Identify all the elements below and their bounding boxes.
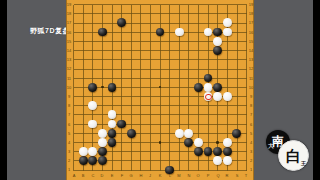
coord-label-row: 14 xyxy=(248,48,253,52)
coord-label-column: B xyxy=(81,173,86,177)
logo-black-subchar: 大 xyxy=(268,142,274,151)
black-stone-P11[interactable] xyxy=(204,74,213,83)
channel-logo: 南 大 白 王 xyxy=(266,130,314,174)
grid-line-vertical xyxy=(131,5,132,171)
coord-label-row: 3 xyxy=(248,150,253,154)
coord-label-row: 16 xyxy=(248,30,253,34)
coord-label-column: O xyxy=(196,173,201,177)
white-stone-C6[interactable] xyxy=(88,120,97,129)
grid-line-horizontal xyxy=(74,114,248,115)
last-move-marker xyxy=(205,94,211,100)
coord-label-row: 8 xyxy=(248,104,253,108)
black-stone-L1[interactable] xyxy=(165,166,174,175)
coord-label-column: G xyxy=(129,173,134,177)
black-stone-P3[interactable] xyxy=(204,147,213,156)
coord-label-row: 18 xyxy=(67,12,72,16)
black-stone-D16[interactable] xyxy=(98,28,107,37)
go-board[interactable]: 1919181817171616151514141313121211111010… xyxy=(66,0,254,180)
black-stone-C10[interactable] xyxy=(88,83,97,92)
white-stone-P10[interactable] xyxy=(204,83,213,92)
black-stone-B2[interactable] xyxy=(79,156,88,165)
coord-label-row: 13 xyxy=(248,58,253,62)
coord-label-row: 5 xyxy=(248,131,253,135)
white-stone-Q15[interactable] xyxy=(213,37,222,46)
coord-label-column: N xyxy=(186,173,191,177)
coord-label-row: 17 xyxy=(67,21,72,25)
coord-label-row: 5 xyxy=(67,131,72,135)
coord-label-column: A xyxy=(71,173,76,177)
white-stone-D4[interactable] xyxy=(98,138,107,147)
star-point xyxy=(216,141,218,143)
right-letterbox-bar xyxy=(313,0,320,180)
grid-line-vertical xyxy=(237,5,238,171)
white-stone-R4[interactable] xyxy=(223,138,232,147)
coord-label-row: 1 xyxy=(67,168,72,172)
logo-white-char: 白 xyxy=(286,147,301,166)
black-stone-F6[interactable] xyxy=(117,120,126,129)
white-stone-E6[interactable] xyxy=(108,120,117,129)
coord-label-row: 14 xyxy=(67,48,72,52)
grid-line-horizontal xyxy=(74,69,248,70)
white-stone-D5[interactable] xyxy=(98,129,107,138)
star-point xyxy=(159,141,161,143)
coord-label-row: 13 xyxy=(67,58,72,62)
white-stone-R2[interactable] xyxy=(223,156,232,165)
coord-label-column: Q xyxy=(215,173,220,177)
black-stone-Q3[interactable] xyxy=(213,147,222,156)
black-stone-G5[interactable] xyxy=(127,129,136,138)
white-stone-B3[interactable] xyxy=(79,147,88,156)
coord-label-row: 7 xyxy=(67,113,72,117)
black-stone-Q14[interactable] xyxy=(213,46,222,55)
grid-line-horizontal xyxy=(74,4,248,5)
coord-label-row: 19 xyxy=(67,3,72,7)
white-stone-N5[interactable] xyxy=(184,129,193,138)
logo-white-stone: 白 王 xyxy=(278,140,309,171)
black-stone-E5[interactable] xyxy=(108,129,117,138)
white-stone-R16[interactable] xyxy=(223,28,232,37)
white-stone-P16[interactable] xyxy=(204,28,213,37)
white-stone-P9[interactable] xyxy=(204,92,213,101)
grid-line-vertical xyxy=(169,5,170,171)
grid-line-horizontal xyxy=(74,124,248,125)
coord-label-column: T xyxy=(244,173,249,177)
black-stone-O10[interactable] xyxy=(194,83,203,92)
grid-line-horizontal xyxy=(74,78,248,79)
white-stone-Q2[interactable] xyxy=(213,156,222,165)
black-stone-D3[interactable] xyxy=(98,147,107,156)
grid-line-horizontal xyxy=(74,23,248,24)
screen: 野狐7D复盘 191918181717161615151414131312121… xyxy=(0,0,320,180)
coord-label-row: 12 xyxy=(67,67,72,71)
coord-label-row: 3 xyxy=(67,150,72,154)
coord-label-row: 16 xyxy=(67,30,72,34)
white-stone-O4[interactable] xyxy=(194,138,203,147)
grid-line-vertical xyxy=(140,5,141,171)
white-stone-R17[interactable] xyxy=(223,18,232,27)
white-stone-C8[interactable] xyxy=(88,101,97,110)
coord-label-row: 11 xyxy=(248,76,253,80)
black-stone-N4[interactable] xyxy=(184,138,193,147)
white-stone-R9[interactable] xyxy=(223,92,232,101)
coord-label-column: E xyxy=(110,173,115,177)
coord-label-column: K xyxy=(158,173,163,177)
grid-line-vertical xyxy=(150,5,151,171)
coord-label-row: 6 xyxy=(67,122,72,126)
coord-label-row: 11 xyxy=(67,76,72,80)
white-stone-C3[interactable] xyxy=(88,147,97,156)
black-stone-E4[interactable] xyxy=(108,138,117,147)
black-stone-S5[interactable] xyxy=(232,129,241,138)
coord-label-row: 18 xyxy=(248,12,253,16)
grid-line-vertical xyxy=(121,5,122,171)
coord-label-column: J xyxy=(148,173,153,177)
black-stone-Q10[interactable] xyxy=(213,83,222,92)
coord-label-column: C xyxy=(90,173,95,177)
coord-label-row: 17 xyxy=(248,21,253,25)
coord-label-row: 6 xyxy=(248,122,253,126)
grid-line-vertical xyxy=(73,5,74,171)
black-stone-R3[interactable] xyxy=(223,147,232,156)
black-stone-Q16[interactable] xyxy=(213,28,222,37)
white-stone-M16[interactable] xyxy=(175,28,184,37)
grid-line-horizontal xyxy=(74,13,248,14)
black-stone-C2[interactable] xyxy=(88,156,97,165)
coord-label-column: F xyxy=(119,173,124,177)
coord-label-row: 2 xyxy=(67,159,72,163)
left-letterbox-bar xyxy=(0,0,7,180)
coord-label-column: S xyxy=(234,173,239,177)
coord-label-row: 12 xyxy=(248,67,253,71)
grid-line-vertical xyxy=(246,5,247,171)
coord-label-column: H xyxy=(138,173,143,177)
coord-label-row: 15 xyxy=(67,39,72,43)
coord-label-row: 1 xyxy=(248,168,253,172)
black-stone-F17[interactable] xyxy=(117,18,126,27)
coord-label-row: 8 xyxy=(67,104,72,108)
coord-label-row: 4 xyxy=(248,140,253,144)
coord-label-row: 9 xyxy=(248,94,253,98)
black-stone-K16[interactable] xyxy=(156,28,165,37)
black-stone-D2[interactable] xyxy=(98,156,107,165)
white-stone-Q9[interactable] xyxy=(213,92,222,101)
coord-label-column: M xyxy=(177,173,182,177)
grid-line-horizontal xyxy=(74,59,248,60)
white-stone-M5[interactable] xyxy=(175,129,184,138)
grid-line-vertical xyxy=(83,5,84,171)
coord-label-row: 7 xyxy=(248,113,253,117)
black-stone-E10[interactable] xyxy=(108,83,117,92)
grid-line-horizontal xyxy=(74,170,248,171)
coord-label-row: 4 xyxy=(67,140,72,144)
coord-label-row: 10 xyxy=(67,85,72,89)
logo-white-subchar: 王 xyxy=(301,160,306,166)
coord-label-row: 19 xyxy=(248,3,253,7)
coord-label-row: 15 xyxy=(248,39,253,43)
white-stone-E7[interactable] xyxy=(108,110,117,119)
black-stone-O3[interactable] xyxy=(194,147,203,156)
coord-label-column: P xyxy=(206,173,211,177)
coord-label-column: R xyxy=(225,173,230,177)
coord-label-row: 10 xyxy=(248,85,253,89)
coord-label-row: 9 xyxy=(67,94,72,98)
coord-label-row: 2 xyxy=(248,159,253,163)
coord-label-column: D xyxy=(100,173,105,177)
grid-line-horizontal xyxy=(74,105,248,106)
stream-caption: 野狐7D复盘 xyxy=(30,26,70,36)
